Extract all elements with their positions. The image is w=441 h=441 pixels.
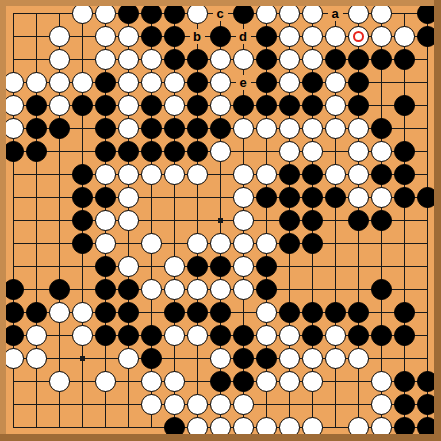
white-stone xyxy=(164,394,185,415)
black-stone xyxy=(302,233,323,254)
white-stone xyxy=(141,279,162,300)
white-stone xyxy=(256,164,277,185)
circle-marker xyxy=(353,31,364,42)
black-stone xyxy=(256,49,277,70)
white-stone xyxy=(164,371,185,392)
black-stone xyxy=(95,141,116,162)
white-stone xyxy=(95,233,116,254)
white-stone xyxy=(141,394,162,415)
black-stone xyxy=(95,302,116,323)
black-stone xyxy=(210,118,231,139)
black-stone xyxy=(279,233,300,254)
white-stone xyxy=(302,348,323,369)
white-stone xyxy=(302,26,323,47)
black-stone xyxy=(256,279,277,300)
black-stone xyxy=(187,95,208,116)
black-stone xyxy=(141,141,162,162)
black-stone xyxy=(394,302,415,323)
black-stone xyxy=(210,26,231,47)
black-stone xyxy=(72,95,93,116)
white-stone xyxy=(210,233,231,254)
white-stone xyxy=(233,164,254,185)
white-stone xyxy=(72,325,93,346)
black-stone xyxy=(210,325,231,346)
white-stone xyxy=(371,371,392,392)
black-stone xyxy=(118,279,139,300)
black-stone xyxy=(371,164,392,185)
white-stone xyxy=(95,26,116,47)
black-stone xyxy=(348,325,369,346)
white-stone xyxy=(210,95,231,116)
white-stone xyxy=(325,72,346,93)
white-stone xyxy=(141,233,162,254)
black-stone xyxy=(187,141,208,162)
black-stone xyxy=(394,49,415,70)
white-stone xyxy=(233,394,254,415)
white-stone xyxy=(302,49,323,70)
white-stone xyxy=(72,302,93,323)
white-stone xyxy=(141,72,162,93)
white-stone xyxy=(118,210,139,231)
white-stone xyxy=(26,348,47,369)
white-stone xyxy=(164,325,185,346)
black-stone xyxy=(26,302,47,323)
white-stone xyxy=(348,348,369,369)
white-stone xyxy=(95,210,116,231)
white-stone xyxy=(279,26,300,47)
black-stone xyxy=(164,118,185,139)
board-frame-left xyxy=(0,0,6,441)
black-stone xyxy=(348,49,369,70)
white-stone xyxy=(164,164,185,185)
grid-line-vertical xyxy=(427,13,428,428)
white-stone xyxy=(371,26,392,47)
black-stone xyxy=(256,187,277,208)
black-stone xyxy=(164,302,185,323)
white-stone xyxy=(210,49,231,70)
black-stone xyxy=(141,325,162,346)
black-stone xyxy=(279,164,300,185)
white-stone xyxy=(233,279,254,300)
black-stone xyxy=(95,325,116,346)
white-stone xyxy=(233,256,254,277)
black-stone xyxy=(302,302,323,323)
white-stone xyxy=(49,371,70,392)
white-stone xyxy=(233,49,254,70)
black-stone xyxy=(279,95,300,116)
white-stone xyxy=(210,141,231,162)
black-stone xyxy=(256,256,277,277)
white-stone xyxy=(256,325,277,346)
white-stone xyxy=(118,26,139,47)
black-stone xyxy=(256,95,277,116)
white-stone xyxy=(187,164,208,185)
black-stone xyxy=(371,279,392,300)
white-stone xyxy=(141,164,162,185)
black-stone xyxy=(187,118,208,139)
board-frame-right xyxy=(434,0,441,441)
white-stone xyxy=(95,371,116,392)
black-stone xyxy=(371,118,392,139)
white-stone xyxy=(394,26,415,47)
white-stone xyxy=(210,394,231,415)
black-stone xyxy=(256,72,277,93)
white-stone xyxy=(325,118,346,139)
point-label-b: b xyxy=(190,29,205,44)
grid-line-vertical xyxy=(404,13,405,428)
white-stone xyxy=(256,302,277,323)
black-stone xyxy=(164,26,185,47)
black-stone xyxy=(302,72,323,93)
white-stone xyxy=(141,49,162,70)
black-stone xyxy=(394,95,415,116)
white-stone xyxy=(348,164,369,185)
white-stone xyxy=(118,348,139,369)
black-stone xyxy=(348,95,369,116)
black-stone xyxy=(279,187,300,208)
black-stone xyxy=(279,210,300,231)
white-stone xyxy=(118,187,139,208)
white-stone xyxy=(256,371,277,392)
black-stone xyxy=(26,141,47,162)
white-stone xyxy=(26,72,47,93)
black-stone xyxy=(325,302,346,323)
white-stone xyxy=(118,256,139,277)
white-stone xyxy=(95,164,116,185)
white-stone xyxy=(26,325,47,346)
black-stone xyxy=(26,95,47,116)
white-stone xyxy=(210,348,231,369)
white-stone xyxy=(256,233,277,254)
black-stone xyxy=(72,164,93,185)
white-stone xyxy=(118,49,139,70)
black-stone xyxy=(210,256,231,277)
black-stone xyxy=(164,141,185,162)
black-stone xyxy=(394,394,415,415)
black-stone xyxy=(210,371,231,392)
white-stone xyxy=(233,233,254,254)
black-stone xyxy=(302,95,323,116)
white-stone xyxy=(187,325,208,346)
white-stone xyxy=(72,72,93,93)
white-stone xyxy=(348,141,369,162)
point-label-d: d xyxy=(236,29,251,44)
white-stone xyxy=(49,95,70,116)
white-stone xyxy=(302,141,323,162)
black-stone xyxy=(233,325,254,346)
black-stone xyxy=(394,325,415,346)
white-stone xyxy=(279,72,300,93)
black-stone xyxy=(49,118,70,139)
white-stone xyxy=(164,279,185,300)
white-stone xyxy=(49,302,70,323)
board-frame-bottom xyxy=(0,434,441,441)
white-stone xyxy=(256,118,277,139)
white-stone xyxy=(233,210,254,231)
black-stone xyxy=(233,95,254,116)
black-stone xyxy=(371,325,392,346)
black-stone xyxy=(95,95,116,116)
white-stone xyxy=(279,49,300,70)
white-stone xyxy=(325,348,346,369)
white-stone xyxy=(371,394,392,415)
white-stone xyxy=(325,164,346,185)
black-stone xyxy=(141,348,162,369)
white-stone xyxy=(164,72,185,93)
white-stone xyxy=(164,256,185,277)
black-stone xyxy=(256,348,277,369)
black-stone xyxy=(187,256,208,277)
white-stone xyxy=(233,118,254,139)
white-stone xyxy=(49,26,70,47)
board-frame-top xyxy=(0,0,441,6)
white-stone xyxy=(233,187,254,208)
white-stone xyxy=(325,325,346,346)
black-stone xyxy=(371,210,392,231)
black-stone xyxy=(164,49,185,70)
black-stone xyxy=(72,187,93,208)
black-stone xyxy=(394,141,415,162)
black-stone xyxy=(394,371,415,392)
black-stone xyxy=(302,164,323,185)
point-label-a: a xyxy=(328,6,343,21)
white-stone xyxy=(49,49,70,70)
white-stone xyxy=(164,95,185,116)
white-stone xyxy=(118,72,139,93)
black-stone xyxy=(26,118,47,139)
black-stone xyxy=(187,49,208,70)
white-stone xyxy=(279,118,300,139)
white-stone xyxy=(325,26,346,47)
black-stone xyxy=(325,49,346,70)
white-stone xyxy=(187,279,208,300)
black-stone xyxy=(141,95,162,116)
black-stone xyxy=(95,279,116,300)
white-stone xyxy=(348,187,369,208)
black-stone xyxy=(118,141,139,162)
white-stone xyxy=(279,348,300,369)
white-stone xyxy=(118,95,139,116)
black-stone xyxy=(325,187,346,208)
black-stone xyxy=(49,279,70,300)
black-stone xyxy=(256,26,277,47)
black-stone xyxy=(95,256,116,277)
black-stone xyxy=(95,187,116,208)
point-label-c: c xyxy=(213,6,228,21)
white-stone xyxy=(348,118,369,139)
black-stone xyxy=(348,210,369,231)
white-stone xyxy=(325,95,346,116)
white-stone xyxy=(118,164,139,185)
black-stone xyxy=(233,348,254,369)
black-stone xyxy=(371,49,392,70)
white-stone xyxy=(187,394,208,415)
white-stone xyxy=(210,279,231,300)
black-stone xyxy=(72,210,93,231)
black-stone xyxy=(302,210,323,231)
star-point xyxy=(80,356,85,361)
black-stone xyxy=(302,187,323,208)
black-stone xyxy=(394,187,415,208)
black-stone xyxy=(141,26,162,47)
go-board[interactable]: abcde xyxy=(0,0,441,441)
black-stone xyxy=(72,233,93,254)
black-stone xyxy=(187,302,208,323)
white-stone xyxy=(118,118,139,139)
white-stone xyxy=(371,187,392,208)
star-point xyxy=(218,218,223,223)
black-stone xyxy=(187,72,208,93)
white-stone xyxy=(279,371,300,392)
point-label-e: e xyxy=(236,75,251,90)
white-stone xyxy=(302,371,323,392)
black-stone xyxy=(302,325,323,346)
black-stone xyxy=(95,72,116,93)
black-stone xyxy=(348,72,369,93)
white-stone xyxy=(371,141,392,162)
black-stone xyxy=(394,164,415,185)
white-stone xyxy=(49,72,70,93)
black-stone xyxy=(95,118,116,139)
black-stone xyxy=(141,118,162,139)
black-stone xyxy=(279,302,300,323)
black-stone xyxy=(233,371,254,392)
white-stone xyxy=(141,371,162,392)
black-stone xyxy=(118,302,139,323)
white-stone xyxy=(95,49,116,70)
black-stone xyxy=(118,325,139,346)
black-stone xyxy=(348,302,369,323)
white-stone xyxy=(302,118,323,139)
white-stone xyxy=(279,325,300,346)
white-stone xyxy=(187,233,208,254)
black-stone xyxy=(210,302,231,323)
white-stone xyxy=(279,141,300,162)
white-stone xyxy=(210,72,231,93)
